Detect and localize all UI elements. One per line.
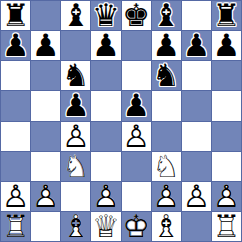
piece-black-pawn[interactable]: ♟ xyxy=(1,31,30,60)
piece-white-pawn[interactable]: ♟♙ xyxy=(152,182,181,211)
square-e2[interactable] xyxy=(122,182,151,211)
piece-white-king[interactable]: ♚♔ xyxy=(122,212,151,241)
piece-black-pawn[interactable]: ♟ xyxy=(61,91,90,120)
square-h4[interactable] xyxy=(212,122,241,151)
piece-glyph: ♛ xyxy=(91,1,120,30)
piece-glyph: ♟ xyxy=(122,91,151,120)
square-h5[interactable] xyxy=(212,91,241,120)
square-c6[interactable]: ♞ xyxy=(61,61,90,90)
square-h2[interactable]: ♟♙ xyxy=(212,182,241,211)
square-f1[interactable]: ♝♗ xyxy=(152,212,181,241)
square-b4[interactable] xyxy=(31,122,60,151)
piece-glyph-outline: ♙ xyxy=(61,122,90,151)
piece-black-king[interactable]: ♚ xyxy=(122,1,151,30)
square-f7[interactable]: ♟ xyxy=(152,31,181,60)
square-b8[interactable] xyxy=(31,1,60,30)
piece-glyph: ♝ xyxy=(61,1,90,30)
square-g5[interactable] xyxy=(182,91,211,120)
piece-glyph-outline: ♙ xyxy=(91,182,120,211)
piece-white-knight[interactable]: ♞♘ xyxy=(61,152,90,181)
piece-black-knight[interactable]: ♞ xyxy=(152,61,181,90)
square-d7[interactable]: ♟ xyxy=(91,31,120,60)
square-d8[interactable]: ♛ xyxy=(91,1,120,30)
square-b1[interactable] xyxy=(31,212,60,241)
piece-white-pawn[interactable]: ♟♙ xyxy=(61,122,90,151)
piece-white-queen[interactable]: ♛♕ xyxy=(91,212,120,241)
square-b3[interactable] xyxy=(31,152,60,181)
piece-black-pawn[interactable]: ♟ xyxy=(122,91,151,120)
square-e5[interactable]: ♟ xyxy=(122,91,151,120)
piece-white-rook[interactable]: ♜♖ xyxy=(1,212,30,241)
square-g8[interactable] xyxy=(182,1,211,30)
square-d2[interactable]: ♟♙ xyxy=(91,182,120,211)
square-a3[interactable] xyxy=(1,152,30,181)
square-h1[interactable]: ♜♖ xyxy=(212,212,241,241)
square-e1[interactable]: ♚♔ xyxy=(122,212,151,241)
square-b6[interactable] xyxy=(31,61,60,90)
piece-black-queen[interactable]: ♛ xyxy=(91,1,120,30)
piece-white-bishop[interactable]: ♝♗ xyxy=(61,212,90,241)
square-c8[interactable]: ♝ xyxy=(61,1,90,30)
piece-glyph: ♟ xyxy=(182,31,211,60)
square-g4[interactable] xyxy=(182,122,211,151)
square-c1[interactable]: ♝♗ xyxy=(61,212,90,241)
piece-glyph: ♞ xyxy=(61,61,90,90)
square-a6[interactable] xyxy=(1,61,30,90)
piece-glyph: ♟ xyxy=(61,91,90,120)
piece-glyph-outline: ♖ xyxy=(1,212,30,241)
piece-glyph-outline: ♙ xyxy=(152,182,181,211)
piece-white-pawn[interactable]: ♟♙ xyxy=(182,182,211,211)
square-a5[interactable] xyxy=(1,91,30,120)
piece-black-rook[interactable]: ♜ xyxy=(212,1,241,30)
piece-black-pawn[interactable]: ♟ xyxy=(152,31,181,60)
square-a1[interactable]: ♜♖ xyxy=(1,212,30,241)
piece-white-pawn[interactable]: ♟♙ xyxy=(31,182,60,211)
square-g7[interactable]: ♟ xyxy=(182,31,211,60)
square-h7[interactable]: ♟ xyxy=(212,31,241,60)
piece-glyph-outline: ♘ xyxy=(152,152,181,181)
piece-glyph-outline: ♘ xyxy=(61,152,90,181)
piece-black-pawn[interactable]: ♟ xyxy=(212,31,241,60)
square-e6[interactable] xyxy=(122,61,151,90)
piece-white-pawn[interactable]: ♟♙ xyxy=(1,182,30,211)
square-f2[interactable]: ♟♙ xyxy=(152,182,181,211)
piece-black-pawn[interactable]: ♟ xyxy=(182,31,211,60)
piece-white-pawn[interactable]: ♟♙ xyxy=(212,182,241,211)
square-d6[interactable] xyxy=(91,61,120,90)
piece-glyph-outline: ♖ xyxy=(212,212,241,241)
piece-white-pawn[interactable]: ♟♙ xyxy=(122,122,151,151)
square-c4[interactable]: ♟♙ xyxy=(61,122,90,151)
piece-glyph: ♟ xyxy=(1,31,30,60)
square-f4[interactable] xyxy=(152,122,181,151)
square-h6[interactable] xyxy=(212,61,241,90)
piece-glyph: ♞ xyxy=(152,61,181,90)
square-c5[interactable]: ♟ xyxy=(61,91,90,120)
square-e7[interactable] xyxy=(122,31,151,60)
piece-black-rook[interactable]: ♜ xyxy=(1,1,30,30)
piece-white-knight[interactable]: ♞♘ xyxy=(152,152,181,181)
piece-glyph-outline: ♔ xyxy=(122,212,151,241)
square-d5[interactable] xyxy=(91,91,120,120)
piece-glyph: ♟ xyxy=(212,31,241,60)
piece-white-bishop[interactable]: ♝♗ xyxy=(152,212,181,241)
square-a4[interactable] xyxy=(1,122,30,151)
square-e3[interactable] xyxy=(122,152,151,181)
square-g3[interactable] xyxy=(182,152,211,181)
square-b7[interactable]: ♟ xyxy=(31,31,60,60)
chess-board: ♜♝♛♚♝♜♟♟♟♟♟♟♞♞♟♟♟♙♟♙♞♘♞♘♟♙♟♙♟♙♟♙♟♙♟♙♜♖♝♗… xyxy=(0,0,242,242)
square-d1[interactable]: ♛♕ xyxy=(91,212,120,241)
piece-glyph: ♟ xyxy=(91,31,120,60)
piece-glyph: ♜ xyxy=(212,1,241,30)
square-a7[interactable]: ♟ xyxy=(1,31,30,60)
piece-glyph-outline: ♙ xyxy=(182,182,211,211)
square-f5[interactable] xyxy=(152,91,181,120)
square-c2[interactable] xyxy=(61,182,90,211)
piece-glyph: ♟ xyxy=(152,31,181,60)
square-h3[interactable] xyxy=(212,152,241,181)
piece-black-bishop[interactable]: ♝ xyxy=(152,1,181,30)
piece-glyph-outline: ♙ xyxy=(31,182,60,211)
square-g2[interactable]: ♟♙ xyxy=(182,182,211,211)
square-f3[interactable]: ♞♘ xyxy=(152,152,181,181)
piece-black-pawn[interactable]: ♟ xyxy=(91,31,120,60)
square-c3[interactable]: ♞♘ xyxy=(61,152,90,181)
piece-glyph: ♚ xyxy=(122,1,151,30)
square-d4[interactable] xyxy=(91,122,120,151)
square-a8[interactable]: ♜ xyxy=(1,1,30,30)
piece-glyph-outline: ♙ xyxy=(122,122,151,151)
piece-white-pawn[interactable]: ♟♙ xyxy=(91,182,120,211)
piece-glyph-outline: ♙ xyxy=(212,182,241,211)
square-a2[interactable]: ♟♙ xyxy=(1,182,30,211)
piece-glyph-outline: ♕ xyxy=(91,212,120,241)
square-b5[interactable] xyxy=(31,91,60,120)
piece-glyph: ♝ xyxy=(152,1,181,30)
square-g6[interactable] xyxy=(182,61,211,90)
piece-glyph: ♟ xyxy=(31,31,60,60)
piece-black-bishop[interactable]: ♝ xyxy=(61,1,90,30)
square-g1[interactable] xyxy=(182,212,211,241)
square-f6[interactable]: ♞ xyxy=(152,61,181,90)
square-b2[interactable]: ♟♙ xyxy=(31,182,60,211)
square-d3[interactable] xyxy=(91,152,120,181)
piece-glyph-outline: ♗ xyxy=(61,212,90,241)
piece-glyph-outline: ♗ xyxy=(152,212,181,241)
square-c7[interactable] xyxy=(61,31,90,60)
square-h8[interactable]: ♜ xyxy=(212,1,241,30)
square-f8[interactable]: ♝ xyxy=(152,1,181,30)
piece-glyph-outline: ♙ xyxy=(1,182,30,211)
piece-black-pawn[interactable]: ♟ xyxy=(31,31,60,60)
piece-glyph: ♜ xyxy=(1,1,30,30)
square-e4[interactable]: ♟♙ xyxy=(122,122,151,151)
piece-white-rook[interactable]: ♜♖ xyxy=(212,212,241,241)
square-e8[interactable]: ♚ xyxy=(122,1,151,30)
piece-black-knight[interactable]: ♞ xyxy=(61,61,90,90)
